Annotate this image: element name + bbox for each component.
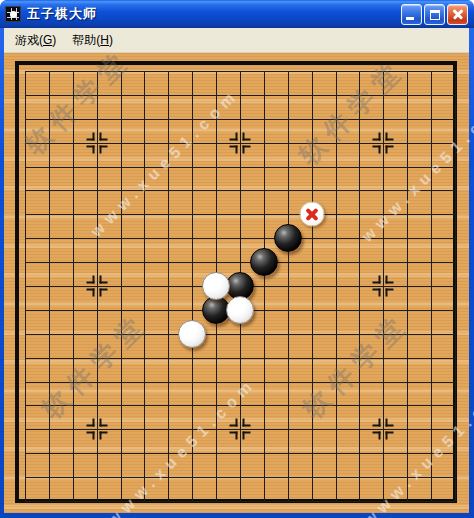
star-point — [230, 419, 251, 440]
white-stone — [178, 320, 206, 348]
minimize-button[interactable] — [401, 4, 422, 25]
grid-line-horizontal — [25, 405, 455, 406]
grid-line-horizontal — [25, 453, 455, 454]
grid-line-vertical — [431, 71, 432, 501]
board-area — [4, 53, 469, 513]
minimize-icon — [406, 17, 414, 20]
grid-line-vertical — [336, 71, 337, 501]
last-move-x-marker — [299, 202, 324, 227]
menu-item-help[interactable]: 帮助(H) — [64, 29, 121, 52]
white-stone — [202, 272, 230, 300]
star-point — [373, 419, 394, 440]
menu-item-game[interactable]: 游戏(G) — [7, 29, 64, 52]
app-window: 五子棋大师 游戏(G) 帮助(H) 软件学堂www.xue51.com软件学堂w… — [0, 0, 474, 518]
grid-line-horizontal — [25, 358, 455, 359]
grid-line-vertical — [288, 71, 289, 501]
star-point — [86, 132, 107, 153]
window-title: 五子棋大师 — [27, 5, 401, 23]
grid-line-horizontal — [25, 477, 455, 478]
black-stone — [250, 248, 278, 276]
grid-line-vertical — [312, 71, 313, 501]
star-point — [373, 276, 394, 297]
grid-line-horizontal — [25, 334, 455, 335]
white-stone — [226, 296, 254, 324]
star-point — [373, 132, 394, 153]
menu-bar: 游戏(G) 帮助(H) — [4, 28, 469, 53]
black-stone — [274, 224, 302, 252]
star-point — [86, 276, 107, 297]
app-icon — [5, 6, 21, 22]
grid-line-vertical — [455, 71, 456, 501]
board-frame — [15, 61, 457, 503]
maximize-button[interactable] — [424, 4, 445, 25]
board-grid[interactable] — [25, 71, 455, 501]
grid-line-vertical — [407, 71, 408, 501]
grid-line-vertical — [359, 71, 360, 501]
grid-line-horizontal — [25, 501, 455, 502]
title-bar[interactable]: 五子棋大师 — [0, 0, 474, 28]
grid-line-vertical — [264, 71, 265, 501]
grid-line-horizontal — [25, 382, 455, 383]
maximize-icon — [430, 10, 440, 20]
star-point — [230, 132, 251, 153]
star-point — [86, 419, 107, 440]
close-button[interactable] — [447, 4, 468, 25]
